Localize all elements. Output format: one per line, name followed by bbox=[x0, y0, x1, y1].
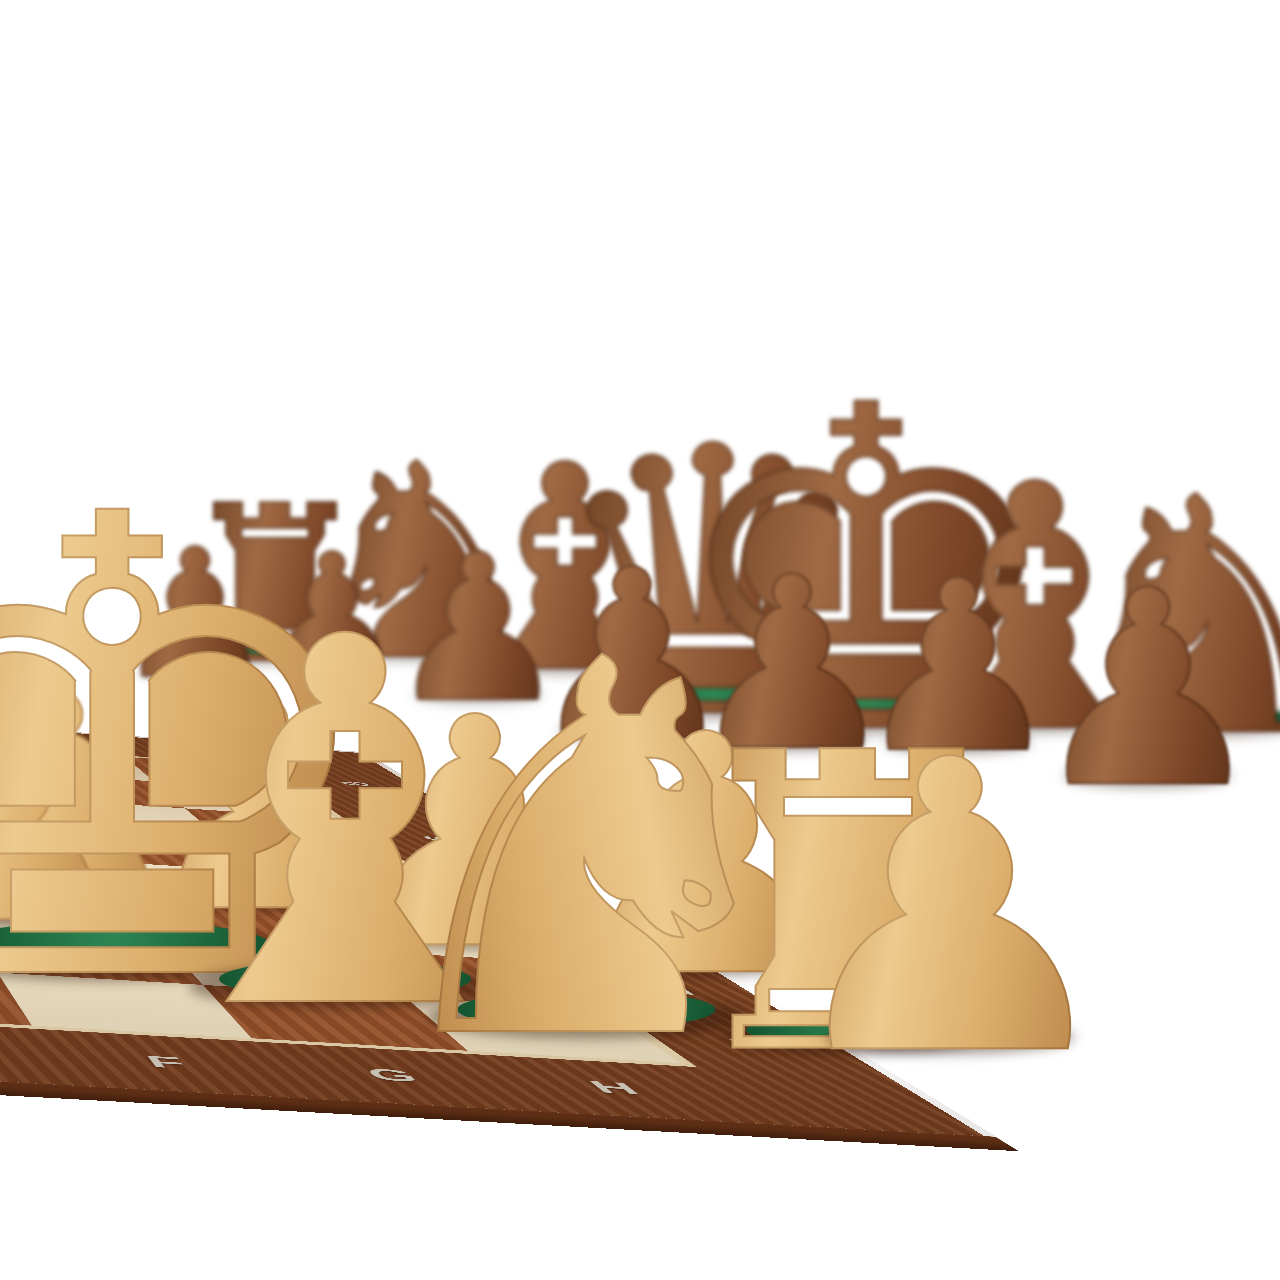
white-pawn-glyph: ♟ bbox=[770, 709, 1130, 1110]
chess-set-photo: ABCDEFGH 12345678 ♟♜♟♞♟♝♟♛♟♚♟♝♟♞♟♟♚♟♝♟♞♟… bbox=[0, 0, 1280, 1280]
pieces-layer: ♟♜♟♞♟♝♟♛♟♚♟♝♟♞♟♟♚♟♝♟♞♟♜♟ bbox=[0, 0, 1280, 1280]
white-pawn-h2[interactable]: ♟ bbox=[770, 709, 1130, 1110]
